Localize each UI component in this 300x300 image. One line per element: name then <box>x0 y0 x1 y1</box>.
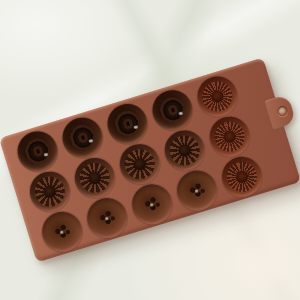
mold-cavity-daisy <box>25 167 75 217</box>
silicone-chocolate-mold <box>0 57 300 262</box>
mold-cavity-rose <box>13 127 63 177</box>
cavity-grid <box>0 68 267 261</box>
mold-cavity-blossom <box>172 166 222 216</box>
mold-cavity-mum <box>192 72 242 122</box>
mold-cavity-rose <box>147 85 197 135</box>
mold-cavity-blossom <box>82 193 132 243</box>
mold-cavity-mum <box>205 112 255 162</box>
mold-cavity-rose <box>103 99 153 149</box>
mold-cavity-blossom <box>37 207 87 257</box>
mold-cavity-mum <box>217 152 267 202</box>
mold-cavity-blossom <box>127 179 177 229</box>
hanging-hole-icon <box>276 105 288 117</box>
mold-cavity-rose <box>58 113 108 163</box>
mold-cavity-daisy <box>160 125 210 175</box>
mold-cavity-daisy <box>115 139 165 189</box>
marble-countertop <box>0 0 300 300</box>
mold-cavity-daisy <box>70 153 120 203</box>
hanging-tab <box>265 94 297 130</box>
